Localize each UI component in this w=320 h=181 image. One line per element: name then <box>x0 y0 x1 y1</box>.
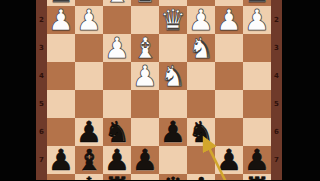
rank-label-3: 3 <box>36 44 47 53</box>
square-e6[interactable] <box>131 118 159 146</box>
rank-label-5: 5 <box>271 100 282 109</box>
square-g7[interactable]: ♝ <box>75 146 103 174</box>
square-e3[interactable]: ♝ <box>131 34 159 62</box>
white-queen-d2[interactable]: ♛ <box>160 6 186 35</box>
square-a5[interactable] <box>243 90 271 118</box>
square-h4[interactable] <box>47 62 75 90</box>
square-b2[interactable]: ♟ <box>215 6 243 34</box>
square-d4[interactable]: ♞ <box>159 62 187 90</box>
square-g3[interactable] <box>75 34 103 62</box>
square-h7[interactable]: ♟ <box>47 146 75 174</box>
white-pawn-b2[interactable]: ♟ <box>216 6 242 35</box>
square-e8[interactable] <box>131 174 159 180</box>
square-g4[interactable] <box>75 62 103 90</box>
square-h5[interactable] <box>47 90 75 118</box>
square-b7[interactable]: ♟ <box>215 146 243 174</box>
white-knight-c3[interactable]: ♞ <box>188 34 214 63</box>
white-knight-d4[interactable]: ♞ <box>160 62 186 91</box>
black-knight-c6[interactable]: ♞ <box>188 118 214 147</box>
board-viewport: ♜♝♚♜♟♟♛♟♟♟♟♝♞♟♞♟♞♟♞♟♝♟♟♟♟♚♜♛♝♜ <box>47 0 271 180</box>
square-a4[interactable] <box>243 62 271 90</box>
square-b8[interactable] <box>215 174 243 180</box>
square-c5[interactable] <box>187 90 215 118</box>
black-pawn-d6[interactable]: ♟ <box>160 118 186 147</box>
rank-label-3: 3 <box>271 44 282 53</box>
square-f8[interactable]: ♜ <box>103 174 131 180</box>
square-a6[interactable] <box>243 118 271 146</box>
square-c4[interactable] <box>187 62 215 90</box>
square-f5[interactable] <box>103 90 131 118</box>
square-c3[interactable]: ♞ <box>187 34 215 62</box>
square-d5[interactable] <box>159 90 187 118</box>
square-d8[interactable]: ♛ <box>159 174 187 180</box>
black-pawn-b7[interactable]: ♟ <box>216 146 242 175</box>
white-pawn-g2[interactable]: ♟ <box>76 6 102 35</box>
black-king-g8[interactable]: ♚ <box>76 174 102 181</box>
square-d7[interactable] <box>159 146 187 174</box>
square-d2[interactable]: ♛ <box>159 6 187 34</box>
black-queen-d8[interactable]: ♛ <box>160 174 186 181</box>
white-pawn-f3[interactable]: ♟ <box>104 34 130 63</box>
square-f3[interactable]: ♟ <box>103 34 131 62</box>
square-d3[interactable] <box>159 34 187 62</box>
square-f7[interactable]: ♟ <box>103 146 131 174</box>
square-c7[interactable] <box>187 146 215 174</box>
black-pawn-e7[interactable]: ♟ <box>132 146 158 175</box>
chess-thumbnail: 12345678 12345678 ♜♝♚♜♟♟♛♟♟♟♟♝♞♟♞♟♞♟♞♟♝♟… <box>0 0 320 180</box>
black-rook-a8[interactable]: ♜ <box>244 174 270 181</box>
square-h3[interactable] <box>47 34 75 62</box>
square-a3[interactable] <box>243 34 271 62</box>
square-f6[interactable]: ♞ <box>103 118 131 146</box>
rank-label-4: 4 <box>36 72 47 81</box>
square-b5[interactable] <box>215 90 243 118</box>
rank-label-2: 2 <box>271 16 282 25</box>
square-a8[interactable]: ♜ <box>243 174 271 180</box>
black-pawn-h7[interactable]: ♟ <box>48 146 74 175</box>
square-f4[interactable] <box>103 62 131 90</box>
square-h6[interactable] <box>47 118 75 146</box>
square-c6[interactable]: ♞ <box>187 118 215 146</box>
square-d6[interactable]: ♟ <box>159 118 187 146</box>
square-e2[interactable] <box>131 6 159 34</box>
square-b6[interactable] <box>215 118 243 146</box>
square-a2[interactable]: ♟ <box>243 6 271 34</box>
square-g2[interactable]: ♟ <box>75 6 103 34</box>
chess-board: ♜♝♚♜♟♟♛♟♟♟♟♝♞♟♞♟♞♟♞♟♝♟♟♟♟♚♜♛♝♜ <box>47 0 271 180</box>
square-b4[interactable] <box>215 62 243 90</box>
black-bishop-c8[interactable]: ♝ <box>188 174 214 181</box>
rank-label-2: 2 <box>36 16 47 25</box>
white-pawn-h2[interactable]: ♟ <box>48 6 74 35</box>
square-b3[interactable] <box>215 34 243 62</box>
right-black-bar <box>282 0 320 180</box>
square-h8[interactable] <box>47 174 75 180</box>
white-pawn-e4[interactable]: ♟ <box>132 62 158 91</box>
left-black-bar <box>0 0 36 180</box>
square-g6[interactable]: ♟ <box>75 118 103 146</box>
rank-label-7: 7 <box>271 156 282 165</box>
rank-label-6: 6 <box>271 128 282 137</box>
rank-label-7: 7 <box>36 156 47 165</box>
square-f2[interactable] <box>103 6 131 34</box>
square-h2[interactable]: ♟ <box>47 6 75 34</box>
square-c8[interactable]: ♝ <box>187 174 215 180</box>
square-c2[interactable]: ♟ <box>187 6 215 34</box>
rank-label-6: 6 <box>36 128 47 137</box>
square-e7[interactable]: ♟ <box>131 146 159 174</box>
black-rook-f8[interactable]: ♜ <box>104 174 130 181</box>
square-e5[interactable] <box>131 90 159 118</box>
white-pawn-a2[interactable]: ♟ <box>244 6 270 35</box>
square-g5[interactable] <box>75 90 103 118</box>
square-g8[interactable]: ♚ <box>75 174 103 180</box>
rank-label-4: 4 <box>271 72 282 81</box>
square-a7[interactable]: ♟ <box>243 146 271 174</box>
square-e4[interactable]: ♟ <box>131 62 159 90</box>
board-frame-right: 12345678 <box>271 0 282 180</box>
board-frame-left: 12345678 <box>36 0 47 180</box>
rank-label-5: 5 <box>36 100 47 109</box>
